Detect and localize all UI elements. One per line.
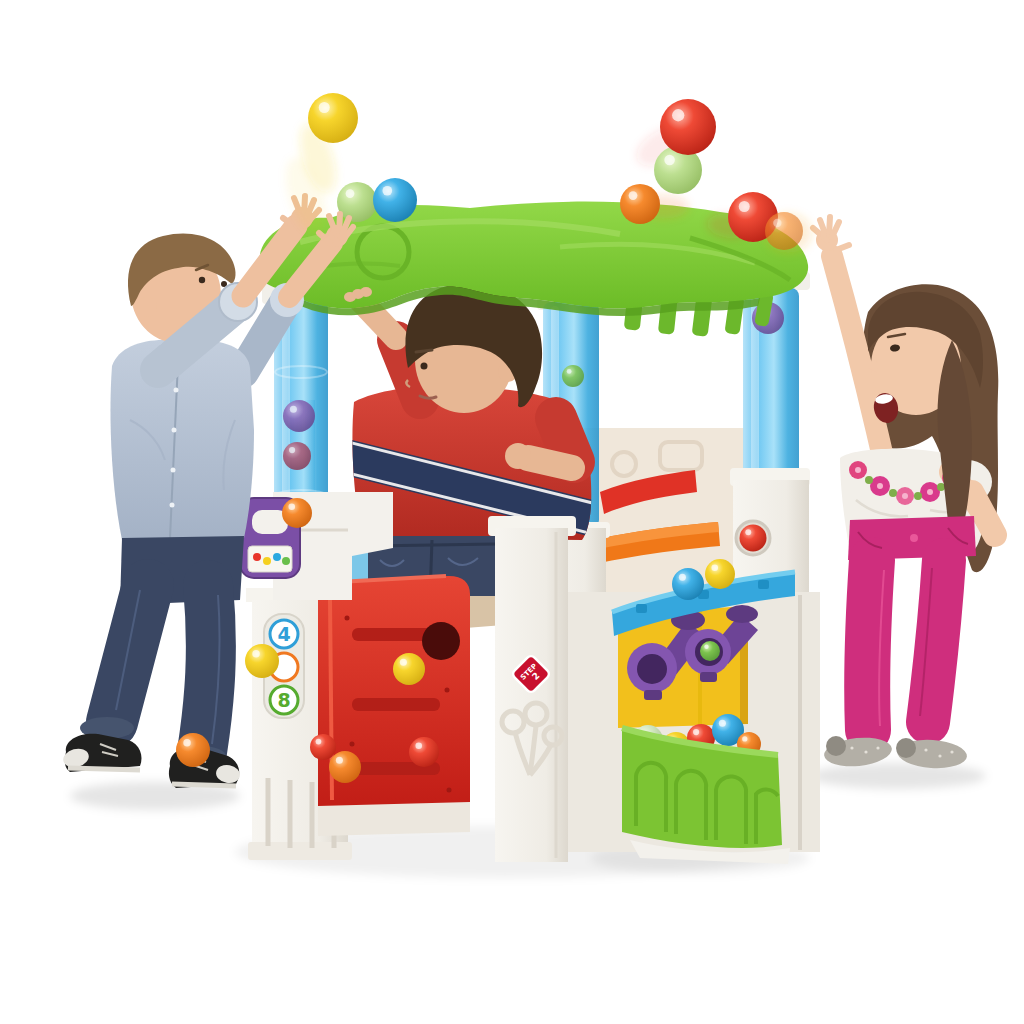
play-ball-orange [282,498,312,528]
play-ball-red [660,99,716,155]
number-panel-digit-8: 8 [277,689,290,711]
ball-on-floor [176,733,210,767]
ball-highlight [711,564,718,571]
ball-highlight [679,574,686,581]
play-ball-dkred [283,442,311,470]
girl-shoe-pompom [826,736,846,756]
ball-highlight [704,645,708,649]
ball-highlight [346,189,355,198]
girl-pants [848,516,976,730]
play-ball-orange [176,733,210,767]
boy-center-fist [505,443,531,469]
ball-highlight [672,109,684,121]
play-ball-green [562,365,584,387]
number-panel-digit-4: 4 [277,623,290,645]
ball-highlight [289,447,295,453]
ball-highlight [773,219,781,227]
play-ball-red [310,734,336,760]
boy-center-right-forearm [528,458,572,468]
ball-highlight [316,739,322,745]
ball-highlight [183,739,190,746]
ball-in-tunnel [700,641,720,661]
ball-highlight [739,201,750,212]
play-ball-blue [672,568,704,600]
ball-highlight [745,529,751,535]
boy-left-jeans [80,536,244,766]
center-post: STEP 2 [488,516,576,862]
boy-left-eye [199,277,205,283]
ball-highlight [400,659,407,666]
ball-highlight [719,720,726,727]
ball-highlight [319,102,330,113]
play-ball-yellow [245,644,279,678]
play-ball-orange [329,751,361,783]
scene-playhouse-photo: 4 8 STEP 2 [0,0,1024,1024]
play-ball-blue [373,178,417,222]
ball-highlight [629,191,638,200]
boy-center-eye [421,363,428,370]
ball-highlight [664,155,675,166]
child-girl-right [813,217,998,770]
product-photo-stage: 4 8 STEP 2 [0,0,1024,1024]
ball-highlight [693,729,699,735]
play-ball-orange [620,184,660,224]
play-ball-orange [765,212,803,250]
play-ball-green [700,641,720,661]
ball-highlight [290,406,297,413]
boy-center-brow [416,350,432,352]
ball-highlight [415,742,422,749]
boy-left-ear [137,297,157,317]
ball-highlight [567,369,572,374]
play-ball-yellow [393,653,425,685]
play-ball-yellow [705,559,735,589]
ball-highlight [382,186,392,196]
ball-highlight [742,736,747,741]
handle-sticker [248,546,292,572]
play-ball-red [409,737,439,767]
play-ball-lightgreen [337,182,377,222]
ball-highlight [288,503,295,510]
door-hole [422,622,460,660]
play-ball-yellow [308,93,358,143]
play-ball-purple [283,400,315,432]
girl-raised-hand [813,217,849,251]
ball-highlight [336,757,343,764]
play-ball-red [740,525,767,552]
door-sill [318,802,470,836]
ball-highlight [252,650,259,657]
